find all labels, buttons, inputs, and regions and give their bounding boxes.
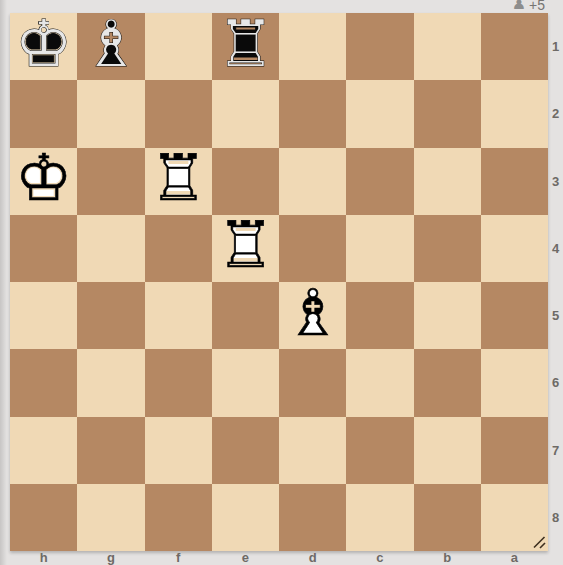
square-d2[interactable]	[279, 80, 346, 147]
file-label-b: b	[414, 549, 481, 565]
square-e5[interactable]	[212, 282, 279, 349]
file-label-f: f	[145, 549, 212, 565]
square-c4[interactable]	[346, 215, 413, 282]
rank-label-8: 8	[548, 484, 563, 551]
square-a2[interactable]	[481, 80, 548, 147]
square-c8[interactable]	[346, 484, 413, 551]
square-h4[interactable]	[10, 215, 77, 282]
square-d1[interactable]	[279, 13, 346, 80]
material-advantage-value: +5	[529, 0, 545, 13]
file-label-h: h	[10, 549, 77, 565]
square-b5[interactable]	[414, 282, 481, 349]
file-label-a: a	[481, 549, 548, 565]
square-c7[interactable]	[346, 417, 413, 484]
square-g4[interactable]	[77, 215, 144, 282]
square-f4[interactable]	[145, 215, 212, 282]
square-b7[interactable]	[414, 417, 481, 484]
chess-board: ♚♔♝♗♜♖♚♔♜♖♜♖♝♗	[10, 13, 548, 551]
square-f1[interactable]	[145, 13, 212, 80]
rank-label-2: 2	[548, 80, 563, 147]
square-a5[interactable]	[481, 282, 548, 349]
square-h8[interactable]	[10, 484, 77, 551]
pawn-icon: ♟	[512, 0, 526, 12]
rank-label-7: 7	[548, 417, 563, 484]
white-king[interactable]: ♚♔	[10, 148, 77, 215]
square-h5[interactable]	[10, 282, 77, 349]
square-e8[interactable]	[212, 484, 279, 551]
file-label-e: e	[212, 549, 279, 565]
square-f5[interactable]	[145, 282, 212, 349]
square-c2[interactable]	[346, 80, 413, 147]
square-e4[interactable]: ♜♖	[212, 215, 279, 282]
square-a6[interactable]	[481, 349, 548, 416]
square-g1[interactable]: ♝♗	[77, 13, 144, 80]
square-c1[interactable]	[346, 13, 413, 80]
square-f6[interactable]	[145, 349, 212, 416]
file-labels: hgfedcba	[10, 549, 548, 565]
board-resize-handle[interactable]	[531, 534, 547, 550]
black-rook[interactable]: ♜♖	[212, 13, 279, 80]
square-d4[interactable]	[279, 215, 346, 282]
file-label-c: c	[346, 549, 413, 565]
file-label-d: d	[279, 549, 346, 565]
square-d6[interactable]	[279, 349, 346, 416]
square-c5[interactable]	[346, 282, 413, 349]
square-h7[interactable]	[10, 417, 77, 484]
square-b8[interactable]	[414, 484, 481, 551]
square-h3[interactable]: ♚♔	[10, 148, 77, 215]
square-g3[interactable]	[77, 148, 144, 215]
square-h1[interactable]: ♚♔	[10, 13, 77, 80]
square-b3[interactable]	[414, 148, 481, 215]
square-a1[interactable]	[481, 13, 548, 80]
rank-label-4: 4	[548, 215, 563, 282]
square-a7[interactable]	[481, 417, 548, 484]
square-f3[interactable]: ♜♖	[145, 148, 212, 215]
square-g8[interactable]	[77, 484, 144, 551]
white-rook[interactable]: ♜♖	[145, 148, 212, 215]
square-e7[interactable]	[212, 417, 279, 484]
square-e1[interactable]: ♜♖	[212, 13, 279, 80]
square-d3[interactable]	[279, 148, 346, 215]
board-wrap: ♚♔♝♗♜♖♚♔♜♖♜♖♝♗	[10, 13, 548, 551]
square-e3[interactable]	[212, 148, 279, 215]
square-h6[interactable]	[10, 349, 77, 416]
file-label-g: g	[77, 549, 144, 565]
square-f8[interactable]	[145, 484, 212, 551]
square-e6[interactable]	[212, 349, 279, 416]
rank-label-5: 5	[548, 282, 563, 349]
square-f7[interactable]	[145, 417, 212, 484]
black-king[interactable]: ♚♔	[10, 13, 77, 80]
square-a4[interactable]	[481, 215, 548, 282]
square-g2[interactable]	[77, 80, 144, 147]
square-g7[interactable]	[77, 417, 144, 484]
black-bishop[interactable]: ♝♗	[77, 13, 144, 80]
square-c3[interactable]	[346, 148, 413, 215]
square-d5[interactable]: ♝♗	[279, 282, 346, 349]
square-a3[interactable]	[481, 148, 548, 215]
square-c6[interactable]	[346, 349, 413, 416]
square-d7[interactable]	[279, 417, 346, 484]
material-advantage: ♟ +5	[512, 0, 545, 13]
page-edge-shade	[0, 0, 7, 565]
rank-labels: 12345678	[548, 13, 563, 551]
white-rook[interactable]: ♜♖	[212, 215, 279, 282]
square-d8[interactable]	[279, 484, 346, 551]
square-f2[interactable]	[145, 80, 212, 147]
square-b2[interactable]	[414, 80, 481, 147]
square-g5[interactable]	[77, 282, 144, 349]
rank-label-3: 3	[548, 148, 563, 215]
square-b4[interactable]	[414, 215, 481, 282]
square-b6[interactable]	[414, 349, 481, 416]
rank-label-6: 6	[548, 349, 563, 416]
white-bishop[interactable]: ♝♗	[279, 282, 346, 349]
square-g6[interactable]	[77, 349, 144, 416]
rank-label-1: 1	[548, 13, 563, 80]
square-e2[interactable]	[212, 80, 279, 147]
square-h2[interactable]	[10, 80, 77, 147]
square-b1[interactable]	[414, 13, 481, 80]
